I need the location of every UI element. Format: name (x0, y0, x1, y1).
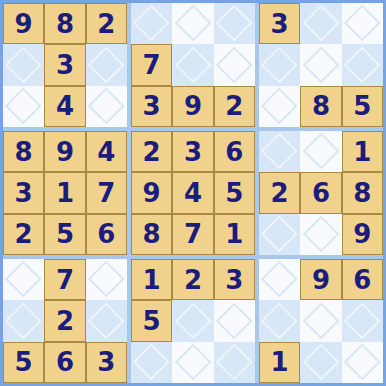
cell-value: 2 (15, 221, 33, 247)
cell-r4c2[interactable]: 9 (44, 131, 85, 172)
cell-r4c7[interactable] (259, 131, 300, 172)
cell-r9c2[interactable]: 6 (44, 342, 85, 383)
cell-r9c7[interactable]: 1 (259, 342, 300, 383)
cell-value: 9 (184, 93, 202, 119)
cell-r5c6[interactable]: 5 (214, 172, 255, 213)
cell-value: 7 (97, 180, 115, 206)
cell-r3c4[interactable]: 3 (131, 86, 172, 127)
cell-r4c3[interactable]: 4 (86, 131, 127, 172)
cell-r7c3[interactable] (86, 259, 127, 300)
cell-r9c5[interactable] (172, 342, 213, 383)
cell-value: 1 (225, 221, 243, 247)
cell-r2c4[interactable]: 7 (131, 44, 172, 85)
cell-r9c9[interactable] (342, 342, 383, 383)
cell-r1c1[interactable]: 9 (3, 3, 44, 44)
diamond-decoration-icon (261, 261, 298, 298)
cell-r8c7[interactable] (259, 300, 300, 341)
cell-r9c6[interactable] (214, 342, 255, 383)
cell-value: 3 (56, 52, 74, 78)
diamond-decoration-icon (174, 46, 211, 83)
cell-value: 1 (143, 267, 161, 293)
cell-value: 7 (143, 52, 161, 78)
cell-r9c1[interactable]: 5 (3, 342, 44, 383)
cell-value: 1 (271, 349, 289, 375)
cell-r6c9[interactable]: 9 (342, 214, 383, 255)
cell-value: 6 (312, 180, 330, 206)
cell-value: 1 (56, 180, 74, 206)
cell-r8c4[interactable]: 5 (131, 300, 172, 341)
diamond-decoration-icon (302, 133, 339, 170)
cell-r1c4[interactable] (131, 3, 172, 44)
cell-value: 2 (271, 180, 289, 206)
diamond-decoration-icon (174, 302, 211, 339)
diamond-decoration-icon (302, 216, 339, 253)
cell-value: 9 (56, 139, 74, 165)
cell-r1c6[interactable] (214, 3, 255, 44)
sudoku-board: 9823473923858943172562369458711268972563… (0, 0, 386, 386)
cell-r5c7[interactable]: 2 (259, 172, 300, 213)
cell-r5c9[interactable]: 8 (342, 172, 383, 213)
cell-value: 4 (184, 180, 202, 206)
cell-r3c7[interactable] (259, 86, 300, 127)
cell-value: 4 (97, 139, 115, 165)
cell-r2c2[interactable]: 3 (44, 44, 85, 85)
box-3-1: 72563 (3, 259, 127, 383)
diamond-decoration-icon (344, 46, 381, 83)
cell-value: 2 (184, 267, 202, 293)
diamond-decoration-icon (5, 302, 42, 339)
cell-r1c3[interactable]: 2 (86, 3, 127, 44)
cell-r3c1[interactable] (3, 86, 44, 127)
box-3-2: 1235 (131, 259, 255, 383)
cell-r6c5[interactable]: 7 (172, 214, 213, 255)
diamond-decoration-icon (216, 46, 253, 83)
cell-r5c4[interactable]: 9 (131, 172, 172, 213)
box-2-1: 894317256 (3, 131, 127, 255)
box-1-3: 385 (259, 3, 383, 127)
cell-r2c8[interactable] (300, 44, 341, 85)
cell-value: 6 (353, 267, 371, 293)
cell-value: 6 (56, 349, 74, 375)
diamond-decoration-icon (261, 302, 298, 339)
cell-r6c2[interactable]: 5 (44, 214, 85, 255)
cell-r3c9[interactable]: 5 (342, 86, 383, 127)
cell-r8c2[interactable]: 2 (44, 300, 85, 341)
cell-value: 7 (56, 267, 74, 293)
cell-r3c2[interactable]: 4 (44, 86, 85, 127)
cell-r4c8[interactable] (300, 131, 341, 172)
cell-r5c3[interactable]: 7 (86, 172, 127, 213)
cell-r1c5[interactable] (172, 3, 213, 44)
diamond-decoration-icon (216, 344, 253, 381)
diamond-decoration-icon (5, 46, 42, 83)
cell-value: 3 (97, 349, 115, 375)
cell-r8c6[interactable] (214, 300, 255, 341)
diamond-decoration-icon (302, 344, 339, 381)
cell-r7c2[interactable]: 7 (44, 259, 85, 300)
diamond-decoration-icon (88, 46, 125, 83)
diamond-decoration-icon (344, 5, 381, 42)
cell-r6c4[interactable]: 8 (131, 214, 172, 255)
cell-value: 9 (15, 11, 33, 37)
cell-r2c3[interactable] (86, 44, 127, 85)
cell-r6c7[interactable] (259, 214, 300, 255)
cell-r8c8[interactable] (300, 300, 341, 341)
cell-value: 8 (312, 93, 330, 119)
cell-value: 3 (271, 11, 289, 37)
cell-value: 5 (143, 308, 161, 334)
diamond-decoration-icon (261, 216, 298, 253)
cell-value: 3 (143, 93, 161, 119)
cell-value: 8 (353, 180, 371, 206)
cell-r5c8[interactable]: 6 (300, 172, 341, 213)
cell-r4c4[interactable]: 2 (131, 131, 172, 172)
cell-r6c1[interactable]: 2 (3, 214, 44, 255)
diamond-decoration-icon (261, 133, 298, 170)
cell-r1c8[interactable] (300, 3, 341, 44)
diamond-decoration-icon (174, 5, 211, 42)
cell-r7c5[interactable]: 2 (172, 259, 213, 300)
diamond-decoration-icon (261, 88, 298, 125)
box-2-3: 12689 (259, 131, 383, 255)
cell-value: 8 (143, 221, 161, 247)
cell-value: 5 (15, 349, 33, 375)
diamond-decoration-icon (344, 302, 381, 339)
cell-r9c3[interactable]: 3 (86, 342, 127, 383)
cell-value: 3 (225, 267, 243, 293)
cell-r2c9[interactable] (342, 44, 383, 85)
cell-r8c5[interactable] (172, 300, 213, 341)
cell-r6c8[interactable] (300, 214, 341, 255)
diamond-decoration-icon (133, 344, 170, 381)
cell-r1c7[interactable]: 3 (259, 3, 300, 44)
diamond-decoration-icon (216, 302, 253, 339)
cell-value: 2 (225, 93, 243, 119)
cell-r3c3[interactable] (86, 86, 127, 127)
cell-r7c4[interactable]: 1 (131, 259, 172, 300)
cell-r9c8[interactable] (300, 342, 341, 383)
cell-value: 5 (56, 221, 74, 247)
cell-r2c6[interactable] (214, 44, 255, 85)
cell-value: 8 (15, 139, 33, 165)
diamond-decoration-icon (5, 88, 42, 125)
cell-r8c3[interactable] (86, 300, 127, 341)
cell-r8c9[interactable] (342, 300, 383, 341)
cell-value: 5 (225, 180, 243, 206)
cell-r4c5[interactable]: 3 (172, 131, 213, 172)
diamond-decoration-icon (302, 46, 339, 83)
cell-r5c5[interactable]: 4 (172, 172, 213, 213)
cell-r7c8[interactable]: 9 (300, 259, 341, 300)
cell-r1c2[interactable]: 8 (44, 3, 85, 44)
cell-value: 9 (312, 267, 330, 293)
cell-value: 6 (97, 221, 115, 247)
diamond-decoration-icon (344, 344, 381, 381)
cell-r5c1[interactable]: 3 (3, 172, 44, 213)
cell-r2c7[interactable] (259, 44, 300, 85)
cell-value: 2 (97, 11, 115, 37)
diamond-decoration-icon (302, 302, 339, 339)
cell-r9c4[interactable] (131, 342, 172, 383)
cell-r2c5[interactable] (172, 44, 213, 85)
cell-r7c7[interactable] (259, 259, 300, 300)
cell-r6c6[interactable]: 1 (214, 214, 255, 255)
cell-value: 7 (184, 221, 202, 247)
box-3-3: 961 (259, 259, 383, 383)
diamond-decoration-icon (88, 88, 125, 125)
cell-value: 2 (143, 139, 161, 165)
cell-value: 6 (225, 139, 243, 165)
cell-value: 1 (353, 139, 371, 165)
cell-r7c6[interactable]: 3 (214, 259, 255, 300)
cell-value: 2 (56, 308, 74, 334)
cell-value: 8 (56, 11, 74, 37)
cell-r4c1[interactable]: 8 (3, 131, 44, 172)
diamond-decoration-icon (88, 261, 125, 298)
cell-r3c8[interactable]: 8 (300, 86, 341, 127)
diamond-decoration-icon (216, 5, 253, 42)
diamond-decoration-icon (261, 46, 298, 83)
cell-r7c1[interactable] (3, 259, 44, 300)
box-1-2: 7392 (131, 3, 255, 127)
diamond-decoration-icon (133, 5, 170, 42)
cell-r7c9[interactable]: 6 (342, 259, 383, 300)
diamond-decoration-icon (174, 344, 211, 381)
cell-value: 9 (143, 180, 161, 206)
cell-r8c1[interactable] (3, 300, 44, 341)
cell-r4c9[interactable]: 1 (342, 131, 383, 172)
cell-value: 5 (353, 93, 371, 119)
cell-r1c9[interactable] (342, 3, 383, 44)
cell-r5c2[interactable]: 1 (44, 172, 85, 213)
cell-value: 3 (184, 139, 202, 165)
box-2-2: 236945871 (131, 131, 255, 255)
cell-r6c3[interactable]: 6 (86, 214, 127, 255)
cell-r3c6[interactable]: 2 (214, 86, 255, 127)
cell-r4c6[interactable]: 6 (214, 131, 255, 172)
diamond-decoration-icon (88, 302, 125, 339)
box-1-1: 98234 (3, 3, 127, 127)
cell-value: 9 (353, 221, 371, 247)
cell-value: 4 (56, 93, 74, 119)
cell-r3c5[interactable]: 9 (172, 86, 213, 127)
diamond-decoration-icon (302, 5, 339, 42)
diamond-decoration-icon (5, 261, 42, 298)
cell-r2c1[interactable] (3, 44, 44, 85)
cell-value: 3 (15, 180, 33, 206)
